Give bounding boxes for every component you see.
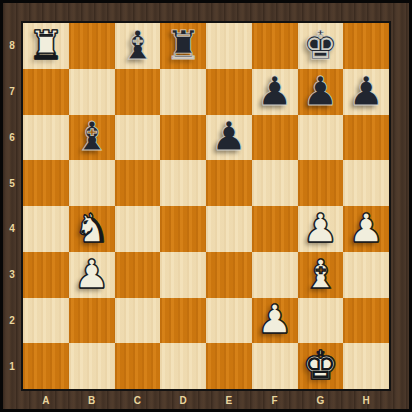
square-e4[interactable] bbox=[206, 206, 252, 252]
square-c3[interactable] bbox=[115, 252, 161, 298]
square-d7[interactable] bbox=[160, 69, 206, 115]
square-g7[interactable]: ♟ bbox=[298, 69, 344, 115]
black-rook-d8[interactable]: ♜ bbox=[165, 25, 201, 65]
file-label-a: A bbox=[23, 391, 69, 409]
square-a8[interactable]: ♜ bbox=[23, 23, 69, 69]
square-h1[interactable] bbox=[343, 343, 389, 389]
square-c5[interactable] bbox=[115, 160, 161, 206]
square-f4[interactable] bbox=[252, 206, 298, 252]
square-c6[interactable] bbox=[115, 115, 161, 161]
rank-label-7: 7 bbox=[3, 69, 21, 115]
square-e6[interactable]: ♟ bbox=[206, 115, 252, 161]
file-label-d: D bbox=[160, 391, 206, 409]
file-label-h: H bbox=[343, 391, 389, 409]
square-h6[interactable] bbox=[343, 115, 389, 161]
square-b7[interactable] bbox=[69, 69, 115, 115]
white-pawn-f2[interactable]: ♟ bbox=[257, 299, 293, 339]
square-b4[interactable]: ♞ bbox=[69, 206, 115, 252]
file-label-c: C bbox=[115, 391, 161, 409]
square-d8[interactable]: ♜ bbox=[160, 23, 206, 69]
square-c8[interactable]: ♝ bbox=[115, 23, 161, 69]
square-d2[interactable] bbox=[160, 298, 206, 344]
black-king-g8[interactable]: ♚ bbox=[302, 25, 338, 65]
white-rook-a8[interactable]: ♜ bbox=[28, 25, 64, 65]
square-h7[interactable]: ♟ bbox=[343, 69, 389, 115]
square-f7[interactable]: ♟ bbox=[252, 69, 298, 115]
square-e2[interactable] bbox=[206, 298, 252, 344]
square-a2[interactable] bbox=[23, 298, 69, 344]
rank-label-2: 2 bbox=[3, 298, 21, 344]
square-b8[interactable] bbox=[69, 23, 115, 69]
square-g1[interactable]: ♚ bbox=[298, 343, 344, 389]
square-b1[interactable] bbox=[69, 343, 115, 389]
square-e5[interactable] bbox=[206, 160, 252, 206]
square-g6[interactable] bbox=[298, 115, 344, 161]
white-pawn-g4[interactable]: ♟ bbox=[302, 208, 338, 248]
square-d3[interactable] bbox=[160, 252, 206, 298]
square-e1[interactable] bbox=[206, 343, 252, 389]
square-f5[interactable] bbox=[252, 160, 298, 206]
square-g3[interactable]: ♝ bbox=[298, 252, 344, 298]
square-b5[interactable] bbox=[69, 160, 115, 206]
board-grid: ♜♝♜♚♟♟♟♝♟♞♟♟♟♝♟♚ bbox=[23, 23, 389, 389]
square-c1[interactable] bbox=[115, 343, 161, 389]
file-labels: ABCDEFGH bbox=[23, 391, 389, 409]
white-pawn-b3[interactable]: ♟ bbox=[74, 254, 110, 294]
rank-label-6: 6 bbox=[3, 115, 21, 161]
white-bishop-g3[interactable]: ♝ bbox=[302, 254, 338, 294]
white-king-g1[interactable]: ♚ bbox=[302, 345, 338, 385]
square-a1[interactable] bbox=[23, 343, 69, 389]
white-knight-b4[interactable]: ♞ bbox=[74, 208, 110, 248]
square-g4[interactable]: ♟ bbox=[298, 206, 344, 252]
square-c4[interactable] bbox=[115, 206, 161, 252]
square-g8[interactable]: ♚ bbox=[298, 23, 344, 69]
square-g2[interactable] bbox=[298, 298, 344, 344]
rank-label-3: 3 bbox=[3, 252, 21, 298]
square-a3[interactable] bbox=[23, 252, 69, 298]
square-f2[interactable]: ♟ bbox=[252, 298, 298, 344]
square-c2[interactable] bbox=[115, 298, 161, 344]
chess-board: 87654321 ABCDEFGH ♜♝♜♚♟♟♟♝♟♞♟♟♟♝♟♚ bbox=[0, 0, 412, 412]
square-b3[interactable]: ♟ bbox=[69, 252, 115, 298]
square-a5[interactable] bbox=[23, 160, 69, 206]
square-a7[interactable] bbox=[23, 69, 69, 115]
square-b2[interactable] bbox=[69, 298, 115, 344]
square-g5[interactable] bbox=[298, 160, 344, 206]
black-pawn-f7[interactable]: ♟ bbox=[257, 71, 293, 111]
square-e7[interactable] bbox=[206, 69, 252, 115]
rank-label-8: 8 bbox=[3, 23, 21, 69]
square-f3[interactable] bbox=[252, 252, 298, 298]
square-d1[interactable] bbox=[160, 343, 206, 389]
square-c7[interactable] bbox=[115, 69, 161, 115]
black-pawn-g7[interactable]: ♟ bbox=[302, 71, 338, 111]
file-label-b: B bbox=[69, 391, 115, 409]
square-e8[interactable] bbox=[206, 23, 252, 69]
square-b6[interactable]: ♝ bbox=[69, 115, 115, 161]
square-f8[interactable] bbox=[252, 23, 298, 69]
square-h3[interactable] bbox=[343, 252, 389, 298]
black-pawn-h7[interactable]: ♟ bbox=[348, 71, 384, 111]
square-d6[interactable] bbox=[160, 115, 206, 161]
rank-labels: 87654321 bbox=[3, 23, 21, 389]
file-label-e: E bbox=[206, 391, 252, 409]
square-f6[interactable] bbox=[252, 115, 298, 161]
square-h2[interactable] bbox=[343, 298, 389, 344]
rank-label-5: 5 bbox=[3, 160, 21, 206]
rank-label-1: 1 bbox=[3, 343, 21, 389]
square-d5[interactable] bbox=[160, 160, 206, 206]
square-h4[interactable]: ♟ bbox=[343, 206, 389, 252]
file-label-g: G bbox=[298, 391, 344, 409]
square-h8[interactable] bbox=[343, 23, 389, 69]
square-f1[interactable] bbox=[252, 343, 298, 389]
rank-label-4: 4 bbox=[3, 206, 21, 252]
play-area: ♜♝♜♚♟♟♟♝♟♞♟♟♟♝♟♚ bbox=[21, 21, 391, 391]
black-pawn-e6[interactable]: ♟ bbox=[211, 116, 247, 156]
black-bishop-c8[interactable]: ♝ bbox=[119, 25, 155, 65]
black-bishop-b6[interactable]: ♝ bbox=[74, 116, 110, 156]
square-h5[interactable] bbox=[343, 160, 389, 206]
file-label-f: F bbox=[252, 391, 298, 409]
white-pawn-h4[interactable]: ♟ bbox=[348, 208, 384, 248]
square-d4[interactable] bbox=[160, 206, 206, 252]
square-a6[interactable] bbox=[23, 115, 69, 161]
square-e3[interactable] bbox=[206, 252, 252, 298]
square-a4[interactable] bbox=[23, 206, 69, 252]
